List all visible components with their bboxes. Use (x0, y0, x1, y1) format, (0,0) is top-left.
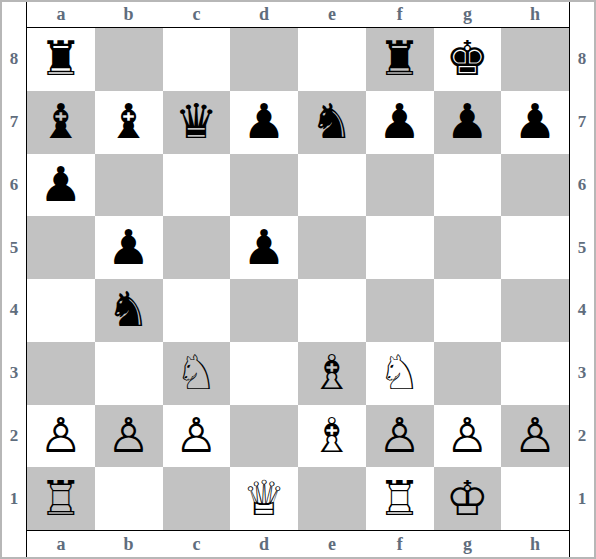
rank-label-1: 1 (570, 467, 594, 530)
square-f6[interactable] (366, 154, 434, 217)
square-e3[interactable]: ♗ (298, 342, 366, 405)
rank-labels-right: 87654321 (569, 2, 594, 557)
board-middle-column: abcdefgh ♜♜♚♝♝♛♟♞♟♟♟♟♟♟♞♘♗♘♙♙♙♗♙♙♙♖♕♖♔ a… (27, 2, 569, 557)
file-label-e: e (298, 2, 366, 27)
file-label-c: c (163, 531, 231, 557)
square-c6[interactable] (163, 154, 231, 217)
square-a8[interactable]: ♜ (27, 28, 95, 91)
rank-label-3: 3 (570, 342, 594, 405)
white-pawn-b2[interactable]: ♙ (107, 411, 150, 459)
square-h5[interactable] (501, 216, 569, 279)
white-pawn-g2[interactable]: ♙ (446, 411, 489, 459)
square-a1[interactable]: ♖ (27, 467, 95, 530)
file-label-c: c (163, 2, 231, 27)
square-g6[interactable] (434, 154, 502, 217)
square-f4[interactable] (366, 279, 434, 342)
square-b7[interactable]: ♝ (95, 91, 163, 154)
file-labels-bottom: abcdefgh (27, 530, 569, 557)
square-c3[interactable]: ♘ (163, 342, 231, 405)
white-queen-d1[interactable]: ♕ (243, 474, 286, 522)
file-label-e: e (298, 531, 366, 557)
rank-label-7: 7 (570, 91, 594, 154)
square-a2[interactable]: ♙ (27, 405, 95, 468)
square-f2[interactable]: ♙ (366, 405, 434, 468)
square-c2[interactable]: ♙ (163, 405, 231, 468)
square-d5[interactable]: ♟ (230, 216, 298, 279)
file-label-f: f (366, 531, 434, 557)
white-pawn-h2[interactable]: ♙ (514, 411, 557, 459)
square-a3[interactable] (27, 342, 95, 405)
rank-label-4: 4 (570, 279, 594, 342)
white-pawn-c2[interactable]: ♙ (175, 411, 218, 459)
corner-cell (2, 530, 26, 557)
rank-label-7: 7 (2, 91, 26, 154)
square-a6[interactable]: ♟ (27, 154, 95, 217)
square-f3[interactable]: ♘ (366, 342, 434, 405)
white-pawn-a2[interactable]: ♙ (39, 411, 82, 459)
rank-labels-left: 87654321 (2, 2, 27, 557)
square-g3[interactable] (434, 342, 502, 405)
rank-label-1: 1 (2, 467, 26, 530)
black-pawn-a6[interactable]: ♟ (39, 160, 82, 208)
square-e5[interactable] (298, 216, 366, 279)
file-label-b: b (95, 2, 163, 27)
black-bishop-b7[interactable]: ♝ (107, 97, 150, 145)
square-h2[interactable]: ♙ (501, 405, 569, 468)
file-label-g: g (434, 531, 502, 557)
square-g2[interactable]: ♙ (434, 405, 502, 468)
square-c1[interactable] (163, 467, 231, 530)
rank-label-8: 8 (2, 28, 26, 91)
square-c7[interactable]: ♛ (163, 91, 231, 154)
white-pawn-f2[interactable]: ♙ (378, 411, 421, 459)
square-d1[interactable]: ♕ (230, 467, 298, 530)
rank-label-8: 8 (570, 28, 594, 91)
square-e2[interactable]: ♗ (298, 405, 366, 468)
black-queen-c7[interactable]: ♛ (175, 97, 218, 145)
square-d3[interactable] (230, 342, 298, 405)
white-knight-f3[interactable]: ♘ (378, 348, 421, 396)
square-b8[interactable] (95, 28, 163, 91)
file-label-d: d (230, 531, 298, 557)
square-g7[interactable]: ♟ (434, 91, 502, 154)
black-pawn-d5[interactable]: ♟ (243, 223, 286, 271)
rank-label-2: 2 (2, 405, 26, 468)
square-a7[interactable]: ♝ (27, 91, 95, 154)
black-knight-e7[interactable]: ♞ (310, 97, 353, 145)
square-h8[interactable] (501, 28, 569, 91)
corner-cell (570, 2, 594, 28)
square-g8[interactable]: ♚ (434, 28, 502, 91)
file-label-a: a (27, 531, 95, 557)
square-b4[interactable]: ♞ (95, 279, 163, 342)
square-g4[interactable] (434, 279, 502, 342)
square-d7[interactable]: ♟ (230, 91, 298, 154)
file-label-g: g (434, 2, 502, 27)
black-rook-f8[interactable]: ♜ (378, 34, 421, 82)
square-f5[interactable] (366, 216, 434, 279)
square-e4[interactable] (298, 279, 366, 342)
square-d8[interactable] (230, 28, 298, 91)
square-f7[interactable]: ♟ (366, 91, 434, 154)
file-label-h: h (501, 2, 569, 27)
square-b5[interactable]: ♟ (95, 216, 163, 279)
white-bishop-e3[interactable]: ♗ (310, 348, 353, 396)
square-b2[interactable]: ♙ (95, 405, 163, 468)
square-b6[interactable] (95, 154, 163, 217)
black-pawn-g7[interactable]: ♟ (446, 97, 489, 145)
square-c5[interactable] (163, 216, 231, 279)
rank-label-4: 4 (2, 279, 26, 342)
rank-label-5: 5 (2, 216, 26, 279)
corner-cell (570, 530, 594, 557)
square-c4[interactable] (163, 279, 231, 342)
white-king-g1[interactable]: ♔ (446, 474, 489, 522)
rank-label-2: 2 (570, 405, 594, 468)
black-knight-b4[interactable]: ♞ (107, 285, 150, 333)
square-d2[interactable] (230, 405, 298, 468)
black-bishop-a7[interactable]: ♝ (39, 97, 82, 145)
file-labels-top: abcdefgh (27, 2, 569, 28)
square-f8[interactable]: ♜ (366, 28, 434, 91)
black-pawn-h7[interactable]: ♟ (514, 97, 557, 145)
white-bishop-e2[interactable]: ♗ (310, 411, 353, 459)
corner-cell (2, 2, 26, 28)
file-label-d: d (230, 2, 298, 27)
square-h4[interactable] (501, 279, 569, 342)
square-e8[interactable] (298, 28, 366, 91)
black-pawn-f7[interactable]: ♟ (378, 97, 421, 145)
square-h6[interactable] (501, 154, 569, 217)
square-b3[interactable] (95, 342, 163, 405)
black-pawn-b5[interactable]: ♟ (107, 223, 150, 271)
chess-board: ♜♜♚♝♝♛♟♞♟♟♟♟♟♟♞♘♗♘♙♙♙♗♙♙♙♖♕♖♔ (27, 28, 569, 530)
square-c8[interactable] (163, 28, 231, 91)
square-a4[interactable] (27, 279, 95, 342)
square-h7[interactable]: ♟ (501, 91, 569, 154)
file-label-h: h (501, 531, 569, 557)
rank-label-3: 3 (2, 342, 26, 405)
white-knight-c3[interactable]: ♘ (175, 348, 218, 396)
square-e7[interactable]: ♞ (298, 91, 366, 154)
square-d4[interactable] (230, 279, 298, 342)
black-pawn-d7[interactable]: ♟ (243, 97, 286, 145)
rank-label-5: 5 (570, 216, 594, 279)
square-g5[interactable] (434, 216, 502, 279)
square-a5[interactable] (27, 216, 95, 279)
square-b1[interactable] (95, 467, 163, 530)
chess-diagram: 87654321 abcdefgh ♜♜♚♝♝♛♟♞♟♟♟♟♟♟♞♘♗♘♙♙♙♗… (0, 0, 596, 559)
white-rook-a1[interactable]: ♖ (39, 474, 82, 522)
rank-label-6: 6 (570, 154, 594, 217)
square-h3[interactable] (501, 342, 569, 405)
square-e6[interactable] (298, 154, 366, 217)
file-label-b: b (95, 531, 163, 557)
black-rook-a8[interactable]: ♜ (39, 34, 82, 82)
rank-label-6: 6 (2, 154, 26, 217)
square-h1[interactable] (501, 467, 569, 530)
square-e1[interactable] (298, 467, 366, 530)
white-rook-f1[interactable]: ♖ (378, 474, 421, 522)
square-g1[interactable]: ♔ (434, 467, 502, 530)
file-label-f: f (366, 2, 434, 27)
square-d6[interactable] (230, 154, 298, 217)
black-king-g8[interactable]: ♚ (446, 34, 489, 82)
file-label-a: a (27, 2, 95, 27)
square-f1[interactable]: ♖ (366, 467, 434, 530)
